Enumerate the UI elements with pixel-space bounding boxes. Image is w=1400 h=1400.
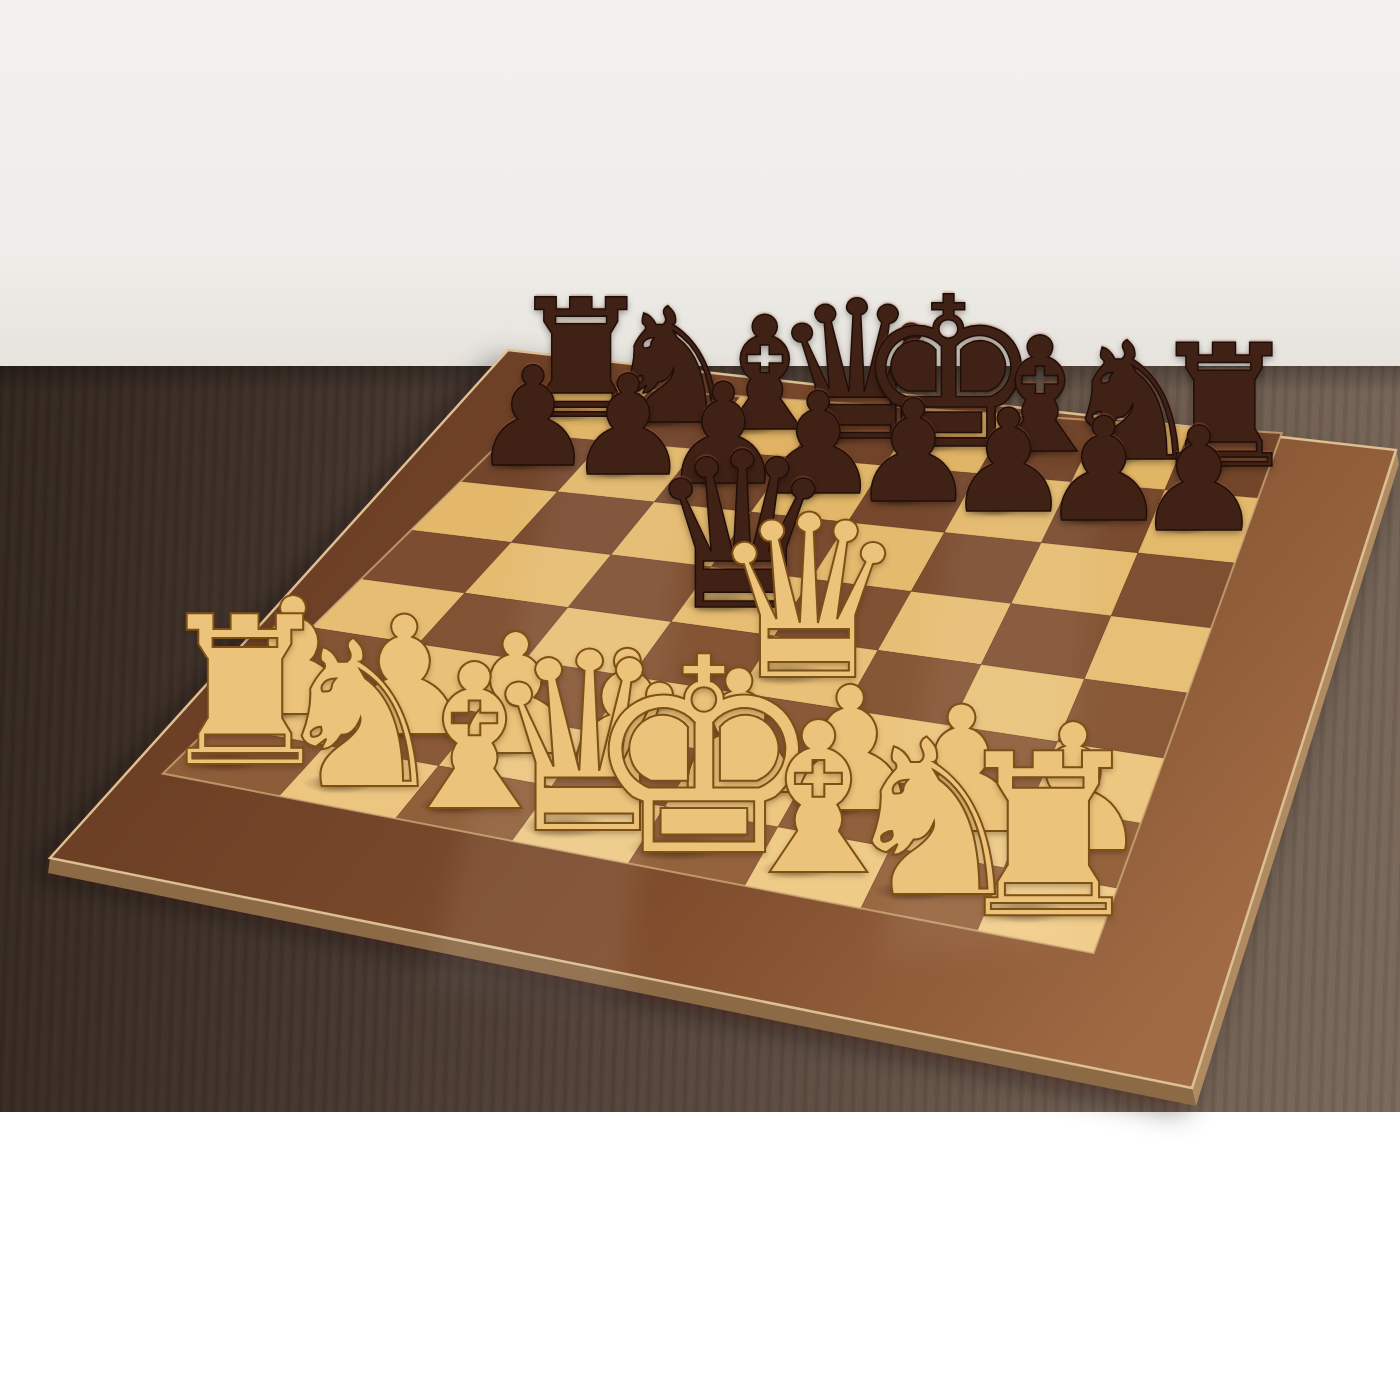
pieces-layer: ♜♞♝♛♚♝♞♟♜♟♟♟♟♟♟♟♛♛♟♟♟♜♟♞♟♝♟♛♟♚♟♝♞♜: [0, 0, 1400, 1400]
piece-h1-white-rook[interactable]: ♜: [947, 725, 1149, 951]
product-photo: ♜♞♝♛♚♝♞♟♜♟♟♟♟♟♟♟♛♛♟♟♟♜♟♞♟♝♟♛♟♚♟♝♞♜: [0, 0, 1400, 1400]
piece-h7-black-pawn[interactable]: ♟: [1134, 408, 1263, 552]
